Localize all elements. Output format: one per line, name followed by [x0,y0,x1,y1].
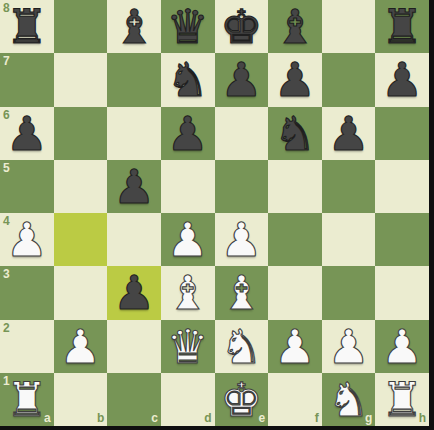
white-pawn-d4[interactable]: ♟ [161,213,215,266]
square-d5[interactable] [161,160,215,213]
square-h7[interactable]: ♟ [375,53,429,106]
square-d7[interactable]: ♞ [161,53,215,106]
square-g5[interactable] [322,160,376,213]
square-d1[interactable]: d [161,373,215,426]
square-d6[interactable]: ♟ [161,107,215,160]
black-bishop-c8[interactable]: ♝ [107,0,161,53]
white-bishop-d3[interactable]: ♝ [161,266,215,319]
square-c2[interactable] [107,320,161,373]
square-e5[interactable] [215,160,269,213]
white-rook-a1[interactable]: ♜ [0,373,54,426]
white-pawn-b2[interactable]: ♟ [54,320,108,373]
square-e2[interactable]: ♞ [215,320,269,373]
square-b7[interactable] [54,53,108,106]
white-knight-e2[interactable]: ♞ [215,320,269,373]
black-knight-f6[interactable]: ♞ [268,107,322,160]
square-b3[interactable] [54,266,108,319]
square-a7[interactable]: 7 [0,53,54,106]
black-pawn-a6[interactable]: ♟ [0,107,54,160]
square-c1[interactable]: c [107,373,161,426]
rank-label-3: 3 [3,268,10,280]
file-label-b: b [97,412,104,424]
white-pawn-h2[interactable]: ♟ [375,320,429,373]
white-pawn-a4[interactable]: ♟ [0,213,54,266]
square-b5[interactable] [54,160,108,213]
square-a5[interactable]: 5 [0,160,54,213]
white-rook-h1[interactable]: ♜ [375,373,429,426]
square-e6[interactable] [215,107,269,160]
square-g2[interactable]: ♟ [322,320,376,373]
square-c4[interactable] [107,213,161,266]
white-pawn-e4[interactable]: ♟ [215,213,269,266]
rank-label-5: 5 [3,162,10,174]
white-queen-d2[interactable]: ♛ [161,320,215,373]
square-g4[interactable] [322,213,376,266]
square-f2[interactable]: ♟ [268,320,322,373]
square-e4[interactable]: ♟ [215,213,269,266]
white-pawn-f2[interactable]: ♟ [268,320,322,373]
square-b8[interactable] [54,0,108,53]
square-c6[interactable] [107,107,161,160]
square-c5[interactable]: ♟ [107,160,161,213]
black-pawn-d6[interactable]: ♟ [161,107,215,160]
file-label-f: f [315,412,319,424]
file-label-d: d [204,412,211,424]
square-e8[interactable]: ♚ [215,0,269,53]
square-f1[interactable]: f [268,373,322,426]
square-g1[interactable]: g♞ [322,373,376,426]
square-h8[interactable]: ♜ [375,0,429,53]
square-g8[interactable] [322,0,376,53]
square-a6[interactable]: 6♟ [0,107,54,160]
square-h5[interactable] [375,160,429,213]
square-h1[interactable]: h♜ [375,373,429,426]
square-a8[interactable]: 8♜ [0,0,54,53]
rank-label-7: 7 [3,55,10,67]
square-f4[interactable] [268,213,322,266]
square-e1[interactable]: e♚ [215,373,269,426]
black-bishop-f8[interactable]: ♝ [268,0,322,53]
white-knight-g1[interactable]: ♞ [322,373,376,426]
white-king-e1[interactable]: ♚ [215,373,269,426]
black-pawn-c5[interactable]: ♟ [107,160,161,213]
square-f6[interactable]: ♞ [268,107,322,160]
square-a1[interactable]: 1a♜ [0,373,54,426]
black-pawn-h7[interactable]: ♟ [375,53,429,106]
square-b6[interactable] [54,107,108,160]
square-g6[interactable]: ♟ [322,107,376,160]
rank-label-2: 2 [3,322,10,334]
square-f5[interactable] [268,160,322,213]
square-d8[interactable]: ♛ [161,0,215,53]
square-f3[interactable] [268,266,322,319]
square-b2[interactable]: ♟ [54,320,108,373]
square-f8[interactable]: ♝ [268,0,322,53]
square-a4[interactable]: 4♟ [0,213,54,266]
square-f7[interactable]: ♟ [268,53,322,106]
black-queen-d8[interactable]: ♛ [161,0,215,53]
black-pawn-g6[interactable]: ♟ [322,107,376,160]
square-c8[interactable]: ♝ [107,0,161,53]
white-pawn-g2[interactable]: ♟ [322,320,376,373]
white-bishop-e3[interactable]: ♝ [215,266,269,319]
square-a3[interactable]: 3 [0,266,54,319]
square-h4[interactable] [375,213,429,266]
black-pawn-c3[interactable]: ♟ [107,266,161,319]
square-d3[interactable]: ♝ [161,266,215,319]
square-g3[interactable] [322,266,376,319]
black-king-e8[interactable]: ♚ [215,0,269,53]
square-c7[interactable] [107,53,161,106]
black-rook-h8[interactable]: ♜ [375,0,429,53]
square-c3[interactable]: ♟ [107,266,161,319]
square-b1[interactable]: b [54,373,108,426]
black-pawn-e7[interactable]: ♟ [215,53,269,106]
square-e3[interactable]: ♝ [215,266,269,319]
square-g7[interactable] [322,53,376,106]
square-d2[interactable]: ♛ [161,320,215,373]
file-label-c: c [151,412,158,424]
square-h2[interactable]: ♟ [375,320,429,373]
black-pawn-f7[interactable]: ♟ [268,53,322,106]
black-rook-a8[interactable]: ♜ [0,0,54,53]
chess-board: 8♜♝♛♚♝♜7♞♟♟♟6♟♟♞♟5♟4♟♟♟3♟♝♝2♟♛♞♟♟♟1a♜bcd… [0,0,429,426]
square-e7[interactable]: ♟ [215,53,269,106]
board-frame: 8♜♝♛♚♝♜7♞♟♟♟6♟♟♞♟5♟4♟♟♟3♟♝♝2♟♛♞♟♟♟1a♜bcd… [0,0,434,430]
square-h6[interactable] [375,107,429,160]
black-knight-d7[interactable]: ♞ [161,53,215,106]
square-a2[interactable]: 2 [0,320,54,373]
square-h3[interactable] [375,266,429,319]
square-d4[interactable]: ♟ [161,213,215,266]
square-b4[interactable] [54,213,108,266]
